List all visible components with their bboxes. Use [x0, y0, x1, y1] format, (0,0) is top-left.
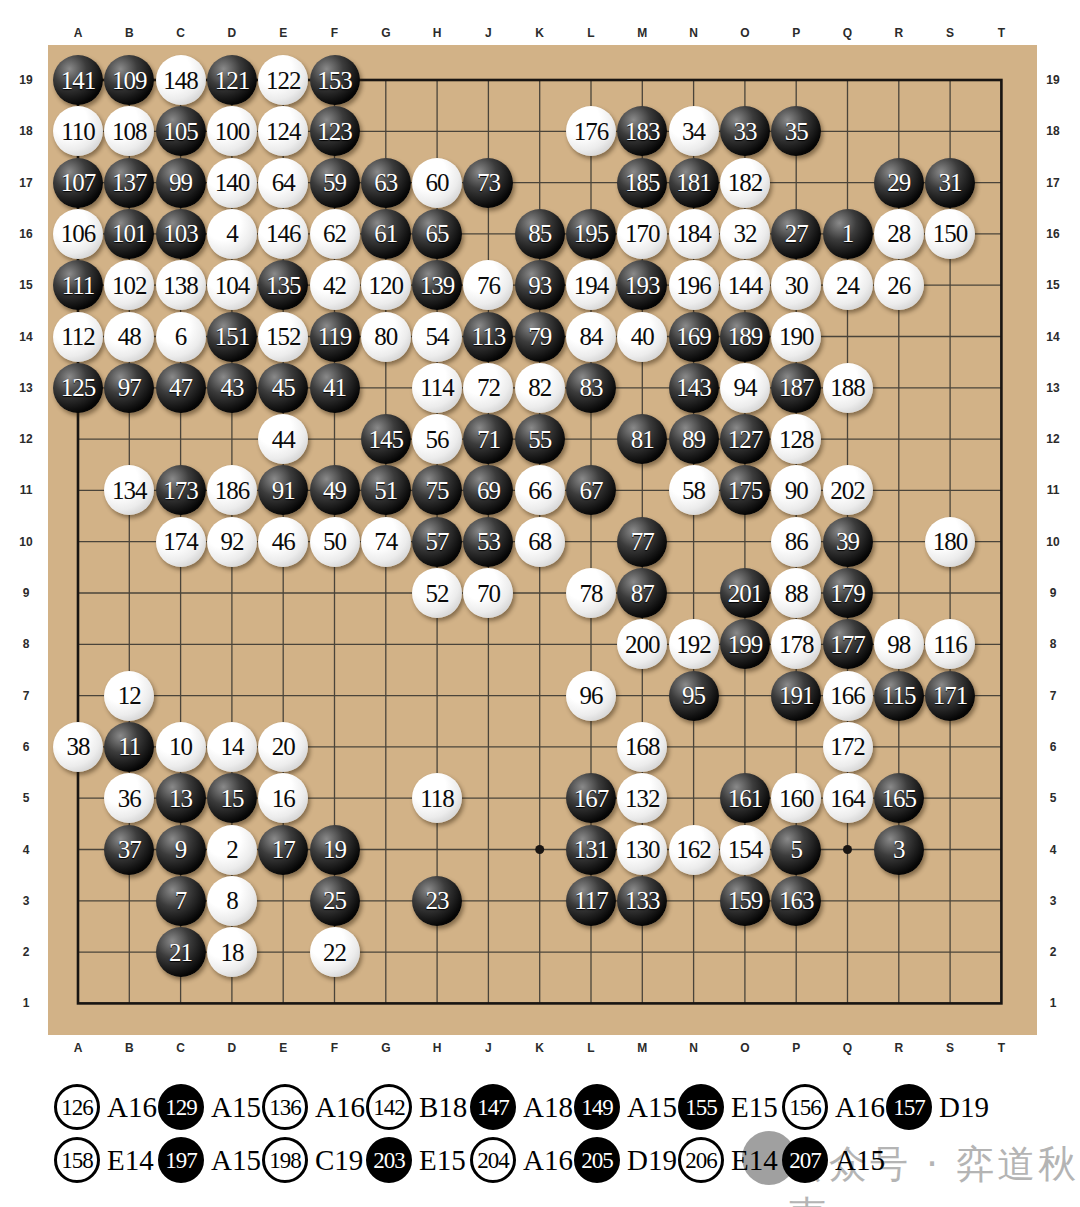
stone-M16[interactable]: 170 [617, 209, 667, 259]
stone-C6[interactable]: 10 [156, 722, 206, 772]
col-label-bottom-H: H [433, 1041, 442, 1055]
stone-move-number: 101 [112, 221, 147, 246]
stone-move-number: 112 [61, 324, 95, 349]
stone-K16[interactable]: 85 [515, 209, 565, 259]
stone-P13[interactable]: 187 [771, 363, 821, 413]
stone-J17[interactable]: 73 [463, 158, 513, 208]
stone-O18[interactable]: 33 [720, 106, 770, 156]
stone-A15[interactable]: 111 [53, 260, 103, 310]
stone-C4[interactable]: 9 [156, 825, 206, 875]
stone-move-number: 196 [676, 273, 711, 298]
stone-move-number: 51 [374, 478, 397, 503]
stone-H15[interactable]: 139 [412, 260, 462, 310]
stone-move-number: 44 [272, 427, 295, 452]
stone-G14[interactable]: 80 [361, 312, 411, 362]
stone-S10[interactable]: 180 [925, 517, 975, 567]
stone-C5[interactable]: 13 [156, 773, 206, 823]
stone-G15[interactable]: 120 [361, 260, 411, 310]
stone-L15[interactable]: 194 [566, 260, 616, 310]
stone-M6[interactable]: 168 [617, 722, 667, 772]
stone-N14[interactable]: 169 [669, 312, 719, 362]
late-moves-caption-row-2: 158E14197A15198C19203E15204A16205D19206E… [54, 1137, 886, 1183]
stone-move-number: 36 [118, 786, 141, 811]
stone-L13[interactable]: 83 [566, 363, 616, 413]
stone-F14[interactable]: 119 [310, 312, 360, 362]
stone-C18[interactable]: 105 [156, 106, 206, 156]
stone-move-number: 13 [169, 786, 192, 811]
col-label-bottom-J: J [485, 1041, 492, 1055]
late-move-stone-icon: 157 [886, 1084, 932, 1130]
late-move-number: 155 [685, 1096, 717, 1119]
stone-O5[interactable]: 161 [720, 773, 770, 823]
col-label-top-N: N [689, 26, 698, 40]
late-move-stone-icon: 197 [158, 1137, 204, 1183]
stone-M3[interactable]: 133 [617, 876, 667, 926]
stone-N11[interactable]: 58 [669, 465, 719, 515]
stone-move-number: 120 [369, 273, 404, 298]
stone-D16[interactable]: 4 [207, 209, 257, 259]
late-move-number: 142 [373, 1096, 405, 1119]
stone-move-number: 140 [215, 170, 250, 195]
late-move-point: A18 [523, 1091, 573, 1124]
stone-D18[interactable]: 100 [207, 106, 257, 156]
stone-H14[interactable]: 54 [412, 312, 462, 362]
col-label-top-L: L [587, 26, 594, 40]
stone-move-number: 18 [220, 940, 243, 965]
stone-move-number: 95 [682, 683, 705, 708]
stone-N13[interactable]: 143 [669, 363, 719, 413]
stone-M4[interactable]: 130 [617, 825, 667, 875]
stone-R5[interactable]: 165 [874, 773, 924, 823]
stone-R8[interactable]: 98 [874, 619, 924, 669]
stone-F3[interactable]: 25 [310, 876, 360, 926]
stone-A14[interactable]: 112 [53, 312, 103, 362]
col-label-top-O: O [740, 26, 749, 40]
stone-O4[interactable]: 154 [720, 825, 770, 875]
row-label-left-6: 6 [23, 740, 30, 754]
stone-C11[interactable]: 173 [156, 465, 206, 515]
stone-O9[interactable]: 201 [720, 568, 770, 618]
stone-F15[interactable]: 42 [310, 260, 360, 310]
late-move-point: D19 [939, 1091, 989, 1124]
row-label-left-18: 18 [19, 124, 32, 138]
stone-O15[interactable]: 144 [720, 260, 770, 310]
stone-E14[interactable]: 152 [258, 312, 308, 362]
stone-L3[interactable]: 117 [566, 876, 616, 926]
stone-move-number: 26 [887, 273, 910, 298]
stone-K12[interactable]: 55 [515, 414, 565, 464]
stone-move-number: 78 [580, 581, 603, 606]
stone-S16[interactable]: 150 [925, 209, 975, 259]
stone-move-number: 119 [318, 324, 352, 349]
stone-P10[interactable]: 86 [771, 517, 821, 567]
stone-C15[interactable]: 138 [156, 260, 206, 310]
stone-Q16[interactable]: 1 [823, 209, 873, 259]
late-move-stone-icon: 205 [574, 1137, 620, 1183]
stone-C13[interactable]: 47 [156, 363, 206, 413]
stone-L16[interactable]: 195 [566, 209, 616, 259]
stone-move-number: 14 [220, 734, 243, 759]
stone-K15[interactable]: 93 [515, 260, 565, 310]
stone-N12[interactable]: 89 [669, 414, 719, 464]
stone-move-number: 105 [163, 119, 198, 144]
stone-A17[interactable]: 107 [53, 158, 103, 208]
stone-D14[interactable]: 151 [207, 312, 257, 362]
stone-C16[interactable]: 103 [156, 209, 206, 259]
late-move-point: E14 [107, 1144, 154, 1177]
stone-move-number: 32 [733, 221, 756, 246]
col-label-bottom-B: B [125, 1041, 134, 1055]
row-label-left-17: 17 [19, 176, 32, 190]
stone-H3[interactable]: 23 [412, 876, 462, 926]
stone-C10[interactable]: 174 [156, 517, 206, 567]
stone-move-number: 111 [62, 273, 95, 298]
stone-N17[interactable]: 181 [669, 158, 719, 208]
col-label-top-F: F [331, 26, 338, 40]
stone-move-number: 200 [625, 632, 660, 657]
stone-F18[interactable]: 123 [310, 106, 360, 156]
stone-B7[interactable]: 12 [104, 671, 154, 721]
stone-L18[interactable]: 176 [566, 106, 616, 156]
stone-move-number: 81 [631, 427, 654, 452]
stone-F4[interactable]: 19 [310, 825, 360, 875]
stone-move-number: 125 [61, 375, 96, 400]
stone-move-number: 172 [830, 734, 865, 759]
stone-move-number: 49 [323, 478, 346, 503]
row-label-right-18: 18 [1046, 124, 1059, 138]
stone-O12[interactable]: 127 [720, 414, 770, 464]
stone-K13[interactable]: 82 [515, 363, 565, 413]
stone-P9[interactable]: 88 [771, 568, 821, 618]
stone-move-number: 180 [933, 529, 968, 554]
stone-P14[interactable]: 190 [771, 312, 821, 362]
stone-D6[interactable]: 14 [207, 722, 257, 772]
stone-O13[interactable]: 94 [720, 363, 770, 413]
col-label-bottom-A: A [74, 1041, 83, 1055]
stone-move-number: 24 [836, 273, 859, 298]
stone-O17[interactable]: 182 [720, 158, 770, 208]
stone-L14[interactable]: 84 [566, 312, 616, 362]
col-label-top-B: B [125, 26, 134, 40]
stone-move-number: 135 [266, 273, 301, 298]
late-move-number: 158 [61, 1149, 93, 1172]
col-label-top-P: P [792, 26, 800, 40]
stone-move-number: 99 [169, 170, 192, 195]
stone-H16[interactable]: 65 [412, 209, 462, 259]
stone-F2[interactable]: 22 [310, 927, 360, 977]
stone-C17[interactable]: 99 [156, 158, 206, 208]
stone-J10[interactable]: 53 [463, 517, 513, 567]
stone-A13[interactable]: 125 [53, 363, 103, 413]
stone-Q15[interactable]: 24 [823, 260, 873, 310]
stone-K11[interactable]: 66 [515, 465, 565, 515]
row-label-right-2: 2 [1050, 945, 1057, 959]
stone-E10[interactable]: 46 [258, 517, 308, 567]
stone-L9[interactable]: 78 [566, 568, 616, 618]
late-move-point: C19 [315, 1144, 363, 1177]
stone-D17[interactable]: 140 [207, 158, 257, 208]
stone-O16[interactable]: 32 [720, 209, 770, 259]
stone-H9[interactable]: 52 [412, 568, 462, 618]
stone-R17[interactable]: 29 [874, 158, 924, 208]
row-label-right-3: 3 [1050, 894, 1057, 908]
stone-G17[interactable]: 63 [361, 158, 411, 208]
row-label-left-12: 12 [19, 432, 32, 446]
stone-move-number: 94 [733, 375, 756, 400]
late-move-number: 157 [893, 1096, 925, 1119]
stone-move-number: 82 [528, 375, 551, 400]
stone-move-number: 23 [426, 888, 449, 913]
stone-Q11[interactable]: 202 [823, 465, 873, 515]
late-move-point: E15 [419, 1144, 466, 1177]
stone-S17[interactable]: 31 [925, 158, 975, 208]
stone-B6[interactable]: 11 [104, 722, 154, 772]
stone-G11[interactable]: 51 [361, 465, 411, 515]
stone-H17[interactable]: 60 [412, 158, 462, 208]
stone-B17[interactable]: 137 [104, 158, 154, 208]
stone-F19[interactable]: 153 [310, 55, 360, 105]
stone-move-number: 141 [61, 68, 96, 93]
stone-P3[interactable]: 163 [771, 876, 821, 926]
late-move-point: A15 [211, 1144, 261, 1177]
stone-Q8[interactable]: 177 [823, 619, 873, 669]
late-move-number: 206 [685, 1149, 717, 1172]
stone-D10[interactable]: 92 [207, 517, 257, 567]
stone-move-number: 61 [374, 221, 397, 246]
stone-B16[interactable]: 101 [104, 209, 154, 259]
stone-move-number: 7 [175, 888, 187, 913]
stone-O3[interactable]: 159 [720, 876, 770, 926]
stone-E4[interactable]: 17 [258, 825, 308, 875]
row-label-left-13: 13 [19, 381, 32, 395]
stone-L4[interactable]: 131 [566, 825, 616, 875]
stone-E16[interactable]: 146 [258, 209, 308, 259]
stone-move-number: 148 [163, 68, 198, 93]
late-move-157: 157D19 [886, 1084, 990, 1130]
stone-C3[interactable]: 7 [156, 876, 206, 926]
stone-D13[interactable]: 43 [207, 363, 257, 413]
stone-Q13[interactable]: 188 [823, 363, 873, 413]
stone-B14[interactable]: 48 [104, 312, 154, 362]
stone-S7[interactable]: 171 [925, 671, 975, 721]
stone-C19[interactable]: 148 [156, 55, 206, 105]
stone-M17[interactable]: 185 [617, 158, 667, 208]
stone-move-number: 177 [830, 632, 865, 657]
stone-Q6[interactable]: 172 [823, 722, 873, 772]
stone-F13[interactable]: 41 [310, 363, 360, 413]
col-label-bottom-F: F [331, 1041, 338, 1055]
stone-N18[interactable]: 34 [669, 106, 719, 156]
row-label-left-5: 5 [23, 791, 30, 805]
stone-H13[interactable]: 114 [412, 363, 462, 413]
stone-move-number: 59 [323, 170, 346, 195]
stone-A19[interactable]: 141 [53, 55, 103, 105]
stone-J13[interactable]: 72 [463, 363, 513, 413]
stone-move-number: 123 [317, 119, 352, 144]
stone-F16[interactable]: 62 [310, 209, 360, 259]
stone-E12[interactable]: 44 [258, 414, 308, 464]
stone-move-number: 45 [272, 375, 295, 400]
stone-move-number: 170 [625, 221, 660, 246]
stone-move-number: 38 [67, 734, 90, 759]
stone-move-number: 33 [733, 119, 756, 144]
stone-move-number: 77 [631, 529, 654, 554]
stone-move-number: 68 [528, 529, 551, 554]
stone-Q10[interactable]: 39 [823, 517, 873, 567]
stone-C14[interactable]: 6 [156, 312, 206, 362]
stone-move-number: 65 [426, 221, 449, 246]
row-label-left-19: 19 [19, 73, 32, 87]
late-move-point: E15 [731, 1091, 778, 1124]
stone-move-number: 70 [477, 581, 500, 606]
stone-E6[interactable]: 20 [258, 722, 308, 772]
stone-D2[interactable]: 18 [207, 927, 257, 977]
stone-A18[interactable]: 110 [53, 106, 103, 156]
stone-P4[interactable]: 5 [771, 825, 821, 875]
stone-move-number: 6 [175, 324, 187, 349]
stone-move-number: 28 [887, 221, 910, 246]
stone-G10[interactable]: 74 [361, 517, 411, 567]
stone-move-number: 55 [528, 427, 551, 452]
late-move-204: 204A16 [470, 1137, 574, 1183]
stone-P16[interactable]: 27 [771, 209, 821, 259]
stone-move-number: 58 [682, 478, 705, 503]
stone-E13[interactable]: 45 [258, 363, 308, 413]
stone-move-number: 8 [226, 888, 238, 913]
stone-P7[interactable]: 191 [771, 671, 821, 721]
stone-move-number: 43 [220, 375, 243, 400]
stone-F11[interactable]: 49 [310, 465, 360, 515]
late-move-point: A15 [627, 1091, 677, 1124]
row-label-left-11: 11 [20, 483, 33, 497]
stone-A6[interactable]: 38 [53, 722, 103, 772]
row-label-right-7: 7 [1050, 689, 1057, 703]
stone-Q7[interactable]: 166 [823, 671, 873, 721]
stone-N8[interactable]: 192 [669, 619, 719, 669]
late-move-stone-icon: 156 [782, 1084, 828, 1130]
stone-R4[interactable]: 3 [874, 825, 924, 875]
col-label-bottom-E: E [279, 1041, 287, 1055]
late-move-129: 129A15 [158, 1084, 262, 1130]
late-move-158: 158E14 [54, 1137, 158, 1183]
stone-D3[interactable]: 8 [207, 876, 257, 926]
stone-M9[interactable]: 87 [617, 568, 667, 618]
stone-C2[interactable]: 21 [156, 927, 206, 977]
late-move-stone-icon: 204 [470, 1137, 516, 1183]
late-move-stone-icon: 142 [366, 1084, 412, 1130]
row-label-right-14: 14 [1046, 330, 1059, 344]
row-label-right-16: 16 [1046, 227, 1059, 241]
stone-L5[interactable]: 167 [566, 773, 616, 823]
stone-N4[interactable]: 162 [669, 825, 719, 875]
stone-H10[interactable]: 57 [412, 517, 462, 567]
col-label-top-D: D [228, 26, 237, 40]
late-move-206: 206E14 [678, 1137, 782, 1183]
stone-move-number: 102 [112, 273, 147, 298]
stone-move-number: 114 [420, 375, 454, 400]
stone-move-number: 163 [779, 888, 814, 913]
stone-move-number: 201 [728, 581, 763, 606]
stone-E17[interactable]: 64 [258, 158, 308, 208]
stone-Q5[interactable]: 164 [823, 773, 873, 823]
stone-move-number: 182 [728, 170, 763, 195]
late-move-stone-icon: 155 [678, 1084, 724, 1130]
row-label-right-10: 10 [1046, 535, 1059, 549]
late-move-number: 136 [269, 1096, 301, 1119]
stone-move-number: 35 [785, 119, 808, 144]
stone-E19[interactable]: 122 [258, 55, 308, 105]
stone-move-number: 20 [272, 734, 295, 759]
late-move-stone-icon: 198 [262, 1137, 308, 1183]
stone-move-number: 25 [323, 888, 346, 913]
stone-N16[interactable]: 184 [669, 209, 719, 259]
stone-move-number: 86 [785, 529, 808, 554]
stone-H5[interactable]: 118 [412, 773, 462, 823]
stone-P12[interactable]: 128 [771, 414, 821, 464]
stone-B4[interactable]: 37 [104, 825, 154, 875]
stone-L7[interactable]: 96 [566, 671, 616, 721]
late-move-number: 147 [477, 1096, 509, 1119]
stone-move-number: 138 [163, 273, 198, 298]
stone-F10[interactable]: 50 [310, 517, 360, 567]
stone-Q9[interactable]: 179 [823, 568, 873, 618]
stone-move-number: 183 [625, 119, 660, 144]
stone-M14[interactable]: 40 [617, 312, 667, 362]
stone-A16[interactable]: 106 [53, 209, 103, 259]
stone-move-number: 154 [728, 837, 763, 862]
stone-move-number: 11 [118, 734, 140, 759]
stone-R16[interactable]: 28 [874, 209, 924, 259]
stone-M10[interactable]: 77 [617, 517, 667, 567]
stone-O11[interactable]: 175 [720, 465, 770, 515]
stone-O14[interactable]: 189 [720, 312, 770, 362]
stone-H12[interactable]: 56 [412, 414, 462, 464]
stone-N15[interactable]: 196 [669, 260, 719, 310]
row-label-right-17: 17 [1046, 176, 1059, 190]
stone-G16[interactable]: 61 [361, 209, 411, 259]
stone-move-number: 31 [939, 170, 962, 195]
stone-F17[interactable]: 59 [310, 158, 360, 208]
stone-D4[interactable]: 2 [207, 825, 257, 875]
stone-R15[interactable]: 26 [874, 260, 924, 310]
stone-J14[interactable]: 113 [463, 312, 513, 362]
stone-D11[interactable]: 186 [207, 465, 257, 515]
stone-move-number: 88 [785, 581, 808, 606]
late-move-number: 129 [165, 1096, 197, 1119]
stone-B19[interactable]: 109 [104, 55, 154, 105]
stone-K14[interactable]: 79 [515, 312, 565, 362]
stone-D15[interactable]: 104 [207, 260, 257, 310]
stone-move-number: 71 [477, 427, 500, 452]
col-label-bottom-Q: Q [843, 1041, 852, 1055]
stone-O8[interactable]: 199 [720, 619, 770, 669]
late-move-number: 198 [269, 1149, 301, 1172]
stone-D5[interactable]: 15 [207, 773, 257, 823]
stone-G12[interactable]: 145 [361, 414, 411, 464]
col-label-top-E: E [279, 26, 287, 40]
stone-move-number: 48 [118, 324, 141, 349]
stone-move-number: 41 [323, 375, 346, 400]
stone-K10[interactable]: 68 [515, 517, 565, 567]
row-label-right-19: 19 [1046, 73, 1059, 87]
stone-N7[interactable]: 95 [669, 671, 719, 721]
stone-move-number: 189 [728, 324, 763, 349]
stone-D19[interactable]: 121 [207, 55, 257, 105]
stone-move-number: 133 [625, 888, 660, 913]
stone-B13[interactable]: 97 [104, 363, 154, 413]
stone-move-number: 169 [676, 324, 711, 349]
stone-R7[interactable]: 115 [874, 671, 924, 721]
